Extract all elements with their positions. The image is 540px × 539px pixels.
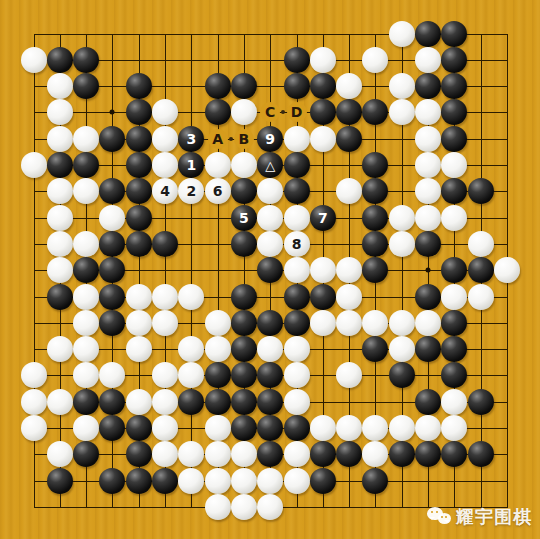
white-stone[interactable] — [178, 441, 204, 467]
black-stone[interactable] — [205, 99, 231, 125]
white-stone[interactable] — [21, 152, 47, 178]
black-stone[interactable] — [310, 441, 336, 467]
white-stone[interactable] — [336, 73, 362, 99]
black-stone[interactable] — [389, 441, 415, 467]
black-stone[interactable] — [73, 441, 99, 467]
black-stone[interactable] — [362, 205, 388, 231]
black-stone[interactable] — [152, 231, 178, 257]
wechat-icon — [427, 506, 451, 528]
black-stone[interactable] — [284, 310, 310, 336]
white-stone[interactable] — [178, 336, 204, 362]
black-stone[interactable] — [205, 389, 231, 415]
white-stone[interactable] — [152, 415, 178, 441]
white-stone[interactable] — [205, 468, 231, 494]
black-stone[interactable] — [231, 284, 257, 310]
black-stone[interactable] — [415, 336, 441, 362]
black-stone[interactable] — [336, 441, 362, 467]
white-stone[interactable] — [415, 152, 441, 178]
white-stone[interactable] — [415, 310, 441, 336]
watermark: 耀宇围棋 — [427, 505, 532, 529]
black-stone[interactable] — [362, 152, 388, 178]
black-stone[interactable] — [415, 231, 441, 257]
white-stone[interactable] — [257, 494, 283, 520]
white-stone[interactable] — [389, 336, 415, 362]
white-stone[interactable] — [257, 336, 283, 362]
white-stone[interactable] — [47, 257, 73, 283]
black-stone[interactable] — [99, 231, 125, 257]
black-stone[interactable] — [362, 178, 388, 204]
black-stone[interactable] — [441, 336, 467, 362]
white-stone[interactable] — [231, 494, 257, 520]
black-stone[interactable] — [99, 257, 125, 283]
triangle-marker: △ — [265, 159, 275, 172]
white-stone[interactable] — [47, 205, 73, 231]
black-stone[interactable]: 7 — [310, 205, 336, 231]
point-label-D[interactable]: D — [287, 102, 307, 122]
black-stone[interactable] — [284, 152, 310, 178]
white-stone[interactable] — [310, 47, 336, 73]
white-stone[interactable]: 4 — [152, 178, 178, 204]
white-stone[interactable] — [21, 47, 47, 73]
black-stone[interactable] — [468, 257, 494, 283]
white-stone[interactable] — [468, 231, 494, 257]
black-stone[interactable] — [126, 231, 152, 257]
white-stone[interactable] — [205, 152, 231, 178]
white-stone[interactable] — [441, 389, 467, 415]
black-stone[interactable] — [389, 362, 415, 388]
black-stone[interactable] — [336, 126, 362, 152]
black-stone[interactable] — [310, 284, 336, 310]
white-stone[interactable] — [73, 178, 99, 204]
white-stone[interactable] — [152, 362, 178, 388]
white-stone[interactable] — [415, 47, 441, 73]
black-stone[interactable] — [415, 389, 441, 415]
move-number: 8 — [292, 237, 302, 251]
white-stone[interactable] — [152, 152, 178, 178]
white-stone[interactable] — [441, 284, 467, 310]
black-stone[interactable] — [415, 284, 441, 310]
black-stone[interactable] — [231, 310, 257, 336]
black-stone[interactable] — [468, 389, 494, 415]
black-stone[interactable] — [231, 231, 257, 257]
black-stone[interactable] — [415, 73, 441, 99]
white-stone[interactable] — [73, 336, 99, 362]
black-stone[interactable] — [284, 178, 310, 204]
white-stone[interactable] — [178, 284, 204, 310]
white-stone[interactable] — [21, 415, 47, 441]
white-stone[interactable] — [231, 441, 257, 467]
white-stone[interactable] — [284, 441, 310, 467]
white-stone[interactable] — [310, 310, 336, 336]
black-stone[interactable] — [362, 468, 388, 494]
white-stone[interactable] — [205, 310, 231, 336]
white-stone[interactable] — [231, 152, 257, 178]
label-separator-dot — [281, 110, 285, 114]
white-stone[interactable] — [257, 231, 283, 257]
move-number: 2 — [186, 184, 196, 198]
black-stone[interactable] — [257, 362, 283, 388]
black-stone[interactable] — [99, 415, 125, 441]
move-number: 1 — [186, 158, 196, 172]
white-stone[interactable]: 8 — [284, 231, 310, 257]
white-stone[interactable] — [152, 389, 178, 415]
black-stone[interactable] — [441, 99, 467, 125]
black-stone[interactable] — [257, 389, 283, 415]
black-stone[interactable] — [126, 73, 152, 99]
white-stone[interactable] — [284, 257, 310, 283]
black-stone[interactable] — [257, 310, 283, 336]
black-stone[interactable] — [205, 73, 231, 99]
white-stone[interactable] — [389, 415, 415, 441]
black-stone[interactable] — [284, 47, 310, 73]
point-label-A[interactable]: A — [208, 129, 228, 149]
white-stone[interactable] — [284, 205, 310, 231]
point-label-C[interactable]: C — [260, 102, 280, 122]
black-stone[interactable] — [99, 468, 125, 494]
white-stone[interactable] — [99, 205, 125, 231]
white-stone[interactable] — [310, 415, 336, 441]
white-stone[interactable] — [73, 231, 99, 257]
black-stone[interactable] — [73, 73, 99, 99]
black-stone[interactable] — [73, 389, 99, 415]
white-stone[interactable]: 6 — [205, 178, 231, 204]
black-stone[interactable] — [310, 99, 336, 125]
black-stone[interactable] — [441, 362, 467, 388]
white-stone[interactable] — [336, 257, 362, 283]
white-stone[interactable] — [362, 310, 388, 336]
white-stone[interactable] — [205, 494, 231, 520]
white-stone[interactable] — [205, 336, 231, 362]
white-stone[interactable] — [389, 73, 415, 99]
black-stone[interactable] — [99, 126, 125, 152]
white-stone[interactable] — [126, 284, 152, 310]
white-stone[interactable]: 2 — [178, 178, 204, 204]
black-stone[interactable] — [441, 126, 467, 152]
white-stone[interactable] — [389, 21, 415, 47]
white-stone[interactable] — [99, 362, 125, 388]
white-stone[interactable] — [468, 284, 494, 310]
black-stone[interactable] — [362, 336, 388, 362]
black-stone[interactable] — [99, 178, 125, 204]
black-stone[interactable] — [126, 441, 152, 467]
black-stone[interactable] — [152, 468, 178, 494]
black-stone[interactable] — [126, 126, 152, 152]
white-stone[interactable] — [205, 415, 231, 441]
black-stone[interactable] — [441, 257, 467, 283]
white-stone[interactable] — [47, 178, 73, 204]
white-stone[interactable] — [47, 126, 73, 152]
white-stone[interactable] — [257, 468, 283, 494]
black-stone[interactable] — [99, 389, 125, 415]
black-stone[interactable] — [415, 441, 441, 467]
black-stone[interactable] — [362, 99, 388, 125]
black-stone[interactable] — [205, 362, 231, 388]
white-stone[interactable] — [415, 99, 441, 125]
move-number: 7 — [318, 211, 328, 225]
black-stone[interactable] — [257, 257, 283, 283]
white-stone[interactable] — [47, 389, 73, 415]
black-stone[interactable] — [126, 468, 152, 494]
white-stone[interactable] — [152, 441, 178, 467]
black-stone[interactable] — [336, 99, 362, 125]
white-stone[interactable] — [126, 389, 152, 415]
black-stone[interactable] — [126, 99, 152, 125]
white-stone[interactable] — [152, 99, 178, 125]
watermark-text: 耀宇围棋 — [456, 505, 532, 529]
move-number: 5 — [239, 211, 249, 225]
move-number: 3 — [186, 132, 196, 146]
black-stone[interactable] — [441, 21, 467, 47]
white-stone[interactable] — [47, 99, 73, 125]
black-stone[interactable] — [126, 415, 152, 441]
white-stone[interactable] — [178, 362, 204, 388]
white-stone[interactable] — [441, 152, 467, 178]
black-stone[interactable] — [126, 205, 152, 231]
white-stone[interactable] — [284, 362, 310, 388]
white-stone[interactable] — [21, 362, 47, 388]
black-stone[interactable] — [231, 362, 257, 388]
white-stone[interactable] — [47, 73, 73, 99]
white-stone[interactable] — [73, 126, 99, 152]
black-stone[interactable] — [126, 152, 152, 178]
white-stone[interactable] — [389, 310, 415, 336]
star-point — [426, 268, 431, 273]
black-stone[interactable] — [231, 389, 257, 415]
white-stone[interactable] — [126, 310, 152, 336]
white-stone[interactable] — [47, 336, 73, 362]
star-point — [110, 110, 115, 115]
black-stone[interactable] — [441, 47, 467, 73]
white-stone[interactable] — [284, 389, 310, 415]
white-stone[interactable] — [415, 126, 441, 152]
white-stone[interactable] — [415, 178, 441, 204]
black-stone[interactable] — [73, 257, 99, 283]
white-stone[interactable] — [284, 126, 310, 152]
white-stone[interactable] — [336, 415, 362, 441]
black-stone[interactable] — [257, 441, 283, 467]
white-stone[interactable] — [362, 415, 388, 441]
black-stone[interactable] — [73, 47, 99, 73]
white-stone[interactable] — [441, 415, 467, 441]
black-stone[interactable] — [126, 178, 152, 204]
label-separator-dot — [229, 137, 233, 141]
white-stone[interactable] — [231, 468, 257, 494]
white-stone[interactable] — [389, 205, 415, 231]
point-label-B[interactable]: B — [234, 129, 254, 149]
black-stone[interactable] — [47, 284, 73, 310]
white-stone[interactable] — [284, 468, 310, 494]
black-stone[interactable] — [362, 257, 388, 283]
white-stone[interactable] — [310, 126, 336, 152]
black-stone[interactable] — [47, 468, 73, 494]
white-stone[interactable] — [415, 205, 441, 231]
black-stone[interactable] — [310, 73, 336, 99]
move-number: 4 — [160, 184, 170, 198]
white-stone[interactable] — [441, 205, 467, 231]
move-number: 6 — [213, 184, 223, 198]
white-stone[interactable] — [336, 310, 362, 336]
white-stone[interactable] — [152, 284, 178, 310]
black-stone[interactable] — [415, 21, 441, 47]
black-stone[interactable] — [284, 415, 310, 441]
go-board[interactable]: 391△426578ABCD 耀宇围棋 — [0, 0, 540, 539]
white-stone[interactable] — [257, 178, 283, 204]
white-stone[interactable] — [73, 362, 99, 388]
black-stone[interactable] — [468, 441, 494, 467]
white-stone[interactable] — [152, 126, 178, 152]
white-stone[interactable] — [362, 441, 388, 467]
white-stone[interactable] — [73, 284, 99, 310]
white-stone[interactable] — [336, 362, 362, 388]
black-stone[interactable] — [441, 178, 467, 204]
white-stone[interactable] — [47, 441, 73, 467]
white-stone[interactable] — [494, 257, 520, 283]
black-stone[interactable] — [73, 152, 99, 178]
black-stone[interactable] — [178, 389, 204, 415]
white-stone[interactable] — [231, 99, 257, 125]
white-stone[interactable] — [126, 336, 152, 362]
move-number: 9 — [265, 132, 275, 146]
white-stone[interactable] — [415, 415, 441, 441]
white-stone[interactable] — [205, 441, 231, 467]
white-stone[interactable] — [284, 336, 310, 362]
white-stone[interactable] — [152, 310, 178, 336]
white-stone[interactable] — [389, 99, 415, 125]
black-stone[interactable] — [441, 441, 467, 467]
white-stone[interactable] — [178, 468, 204, 494]
black-stone[interactable] — [468, 178, 494, 204]
white-stone[interactable] — [389, 231, 415, 257]
black-stone[interactable] — [362, 231, 388, 257]
black-stone[interactable] — [231, 415, 257, 441]
white-stone[interactable] — [257, 205, 283, 231]
black-stone[interactable] — [47, 152, 73, 178]
white-stone[interactable] — [73, 415, 99, 441]
black-stone[interactable] — [231, 178, 257, 204]
black-stone[interactable] — [99, 284, 125, 310]
white-stone[interactable] — [47, 231, 73, 257]
white-stone[interactable] — [73, 310, 99, 336]
black-stone[interactable] — [231, 336, 257, 362]
black-stone[interactable]: 1 — [178, 152, 204, 178]
black-stone[interactable]: 3 — [178, 126, 204, 152]
black-stone[interactable] — [284, 284, 310, 310]
white-stone[interactable] — [336, 284, 362, 310]
black-stone[interactable] — [99, 310, 125, 336]
black-stone[interactable] — [47, 47, 73, 73]
black-stone[interactable]: 9 — [257, 126, 283, 152]
black-stone[interactable] — [284, 73, 310, 99]
black-stone[interactable] — [310, 468, 336, 494]
white-stone[interactable] — [310, 257, 336, 283]
black-stone[interactable]: △ — [257, 152, 283, 178]
white-stone[interactable] — [336, 178, 362, 204]
black-stone[interactable] — [257, 415, 283, 441]
white-stone[interactable] — [21, 389, 47, 415]
black-stone[interactable]: 5 — [231, 205, 257, 231]
black-stone[interactable] — [441, 310, 467, 336]
black-stone[interactable] — [441, 73, 467, 99]
black-stone[interactable] — [231, 73, 257, 99]
white-stone[interactable] — [362, 47, 388, 73]
